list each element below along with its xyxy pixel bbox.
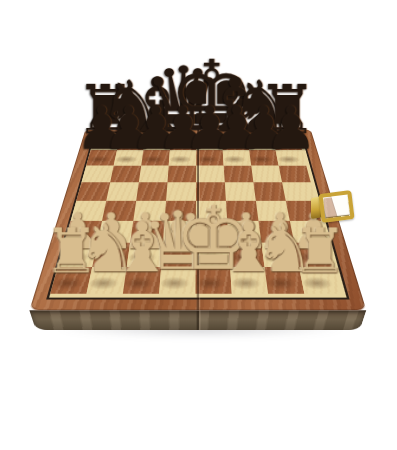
chess-set-photo: ♜♞♝♛♚♝♞♜♟♟♟♟♟♟♟♟♟♟♟♟♟♟♟♟♜♞♝♛♚♝♞♜ [0,0,397,450]
board-grid: ♜♞♝♛♚♝♞♜♟♟♟♟♟♟♟♟♟♟♟♟♟♟♟♟♜♞♝♛♚♝♞♜ [50,136,340,294]
square-h1[interactable]: ♜ [299,267,341,294]
square-d6[interactable] [167,165,196,182]
dark-pawn[interactable]: ♟ [248,99,333,158]
box-front-edge [29,310,366,330]
light-rook[interactable]: ♜ [264,220,375,281]
square-h6[interactable] [279,165,311,182]
square-b6[interactable] [110,165,141,182]
square-c6[interactable] [139,165,169,182]
square-a6[interactable] [82,165,114,182]
brass-clasp [311,187,355,227]
fold-seam-edge [197,310,199,330]
square-e6[interactable] [196,165,225,182]
square-b5[interactable] [106,182,139,200]
square-h7[interactable]: ♟ [276,150,307,166]
square-f6[interactable] [224,165,254,182]
square-g6[interactable] [251,165,282,182]
square-a5[interactable] [76,182,110,200]
clasp-ring [318,190,354,223]
